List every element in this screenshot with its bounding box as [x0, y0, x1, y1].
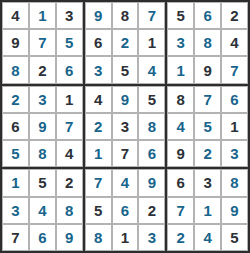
- sudoku-board: 4139758269876213545623841972316975844952…: [0, 0, 250, 253]
- cell-r3c4[interactable]: 3: [85, 56, 112, 83]
- cell-r7c7[interactable]: 6: [167, 169, 194, 196]
- cell-r6c9[interactable]: 3: [221, 140, 248, 167]
- cell-r6c6[interactable]: 6: [138, 140, 165, 167]
- box-3-2: 749562813: [85, 169, 166, 251]
- cell-r8c8[interactable]: 1: [194, 197, 221, 224]
- cell-r2c7[interactable]: 3: [167, 29, 194, 56]
- cell-r4c7[interactable]: 8: [167, 86, 194, 113]
- cell-r3c2[interactable]: 2: [29, 56, 56, 83]
- cell-r9c5[interactable]: 1: [112, 224, 139, 251]
- cell-r8c7[interactable]: 7: [167, 197, 194, 224]
- cell-r5c5[interactable]: 3: [112, 113, 139, 140]
- cell-r8c4[interactable]: 5: [85, 197, 112, 224]
- box-2-2: 495238176: [85, 86, 166, 168]
- cell-r8c2[interactable]: 4: [29, 197, 56, 224]
- cell-r1c2[interactable]: 1: [29, 2, 56, 29]
- cell-r3c5[interactable]: 5: [112, 56, 139, 83]
- cell-r1c6[interactable]: 7: [138, 2, 165, 29]
- cell-r4c5[interactable]: 9: [112, 86, 139, 113]
- cell-r6c1[interactable]: 5: [2, 140, 29, 167]
- cell-r5c2[interactable]: 9: [29, 113, 56, 140]
- cell-r4c1[interactable]: 2: [2, 86, 29, 113]
- box-2-3: 876451923: [167, 86, 248, 168]
- cell-r9c9[interactable]: 5: [221, 224, 248, 251]
- cell-r9c7[interactable]: 2: [167, 224, 194, 251]
- cell-r1c1[interactable]: 4: [2, 2, 29, 29]
- cell-r1c8[interactable]: 6: [194, 2, 221, 29]
- cell-r5c3[interactable]: 7: [56, 113, 83, 140]
- cell-r8c6[interactable]: 2: [138, 197, 165, 224]
- cell-r4c6[interactable]: 5: [138, 86, 165, 113]
- cell-r3c8[interactable]: 9: [194, 56, 221, 83]
- cell-r7c8[interactable]: 3: [194, 169, 221, 196]
- box-1-2: 987621354: [85, 2, 166, 84]
- cell-r1c5[interactable]: 8: [112, 2, 139, 29]
- cell-r6c3[interactable]: 4: [56, 140, 83, 167]
- cell-r5c4[interactable]: 2: [85, 113, 112, 140]
- cell-r8c3[interactable]: 8: [56, 197, 83, 224]
- cell-r2c5[interactable]: 2: [112, 29, 139, 56]
- cell-r7c5[interactable]: 4: [112, 169, 139, 196]
- cell-r9c1[interactable]: 7: [2, 224, 29, 251]
- cell-r1c3[interactable]: 3: [56, 2, 83, 29]
- cell-r7c1[interactable]: 1: [2, 169, 29, 196]
- box-3-1: 152348769: [2, 169, 83, 251]
- cell-r2c2[interactable]: 7: [29, 29, 56, 56]
- cell-r8c9[interactable]: 9: [221, 197, 248, 224]
- cell-r9c2[interactable]: 6: [29, 224, 56, 251]
- cell-r4c8[interactable]: 7: [194, 86, 221, 113]
- cell-r2c1[interactable]: 9: [2, 29, 29, 56]
- cell-r1c7[interactable]: 5: [167, 2, 194, 29]
- cell-r7c9[interactable]: 8: [221, 169, 248, 196]
- cell-r6c8[interactable]: 2: [194, 140, 221, 167]
- cell-r8c1[interactable]: 3: [2, 197, 29, 224]
- cell-r8c5[interactable]: 6: [112, 197, 139, 224]
- cell-r2c6[interactable]: 1: [138, 29, 165, 56]
- cell-r7c2[interactable]: 5: [29, 169, 56, 196]
- cell-r2c3[interactable]: 5: [56, 29, 83, 56]
- cell-r4c9[interactable]: 6: [221, 86, 248, 113]
- cell-r3c7[interactable]: 1: [167, 56, 194, 83]
- cell-r9c6[interactable]: 3: [138, 224, 165, 251]
- box-3-3: 638719245: [167, 169, 248, 251]
- cell-r2c4[interactable]: 6: [85, 29, 112, 56]
- cell-r3c1[interactable]: 8: [2, 56, 29, 83]
- cell-r7c3[interactable]: 2: [56, 169, 83, 196]
- cell-r5c6[interactable]: 8: [138, 113, 165, 140]
- cell-r1c4[interactable]: 9: [85, 2, 112, 29]
- cell-r6c7[interactable]: 9: [167, 140, 194, 167]
- cell-r4c2[interactable]: 3: [29, 86, 56, 113]
- cell-r3c6[interactable]: 4: [138, 56, 165, 83]
- cell-r3c9[interactable]: 7: [221, 56, 248, 83]
- cell-r9c4[interactable]: 8: [85, 224, 112, 251]
- box-1-1: 413975826: [2, 2, 83, 84]
- cell-r3c3[interactable]: 6: [56, 56, 83, 83]
- cell-r7c6[interactable]: 9: [138, 169, 165, 196]
- cell-r4c3[interactable]: 1: [56, 86, 83, 113]
- cell-r9c8[interactable]: 4: [194, 224, 221, 251]
- cell-r5c7[interactable]: 4: [167, 113, 194, 140]
- cell-r4c4[interactable]: 4: [85, 86, 112, 113]
- cell-r1c9[interactable]: 2: [221, 2, 248, 29]
- cell-r5c1[interactable]: 6: [2, 113, 29, 140]
- box-2-1: 231697584: [2, 86, 83, 168]
- cell-r6c4[interactable]: 1: [85, 140, 112, 167]
- cell-r2c9[interactable]: 4: [221, 29, 248, 56]
- box-1-3: 562384197: [167, 2, 248, 84]
- cell-r6c5[interactable]: 7: [112, 140, 139, 167]
- cell-r9c3[interactable]: 9: [56, 224, 83, 251]
- cell-r5c9[interactable]: 1: [221, 113, 248, 140]
- cell-r7c4[interactable]: 7: [85, 169, 112, 196]
- cell-r5c8[interactable]: 5: [194, 113, 221, 140]
- cell-r2c8[interactable]: 8: [194, 29, 221, 56]
- cell-r6c2[interactable]: 8: [29, 140, 56, 167]
